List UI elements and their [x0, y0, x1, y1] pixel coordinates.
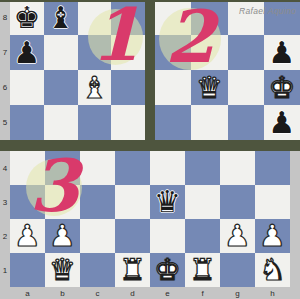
coord-label-e: e [150, 287, 185, 299]
square-e4 [150, 151, 185, 185]
square-e2 [150, 219, 185, 253]
square-e3: ♛ [150, 185, 185, 219]
square-e5 [155, 105, 191, 140]
marker-2-number: 2 [165, 1, 215, 73]
square-c5 [78, 105, 112, 140]
coord-label-d: d [115, 287, 150, 299]
square-a7: ♟ [10, 35, 44, 70]
white-rook-f1: ♜ [189, 255, 216, 285]
square-h1: ♞ [255, 253, 290, 287]
rank-labels-top: 8765 [0, 0, 10, 140]
square-b1: ♛ [45, 253, 80, 287]
square-c3 [80, 185, 115, 219]
square-f5 [191, 105, 227, 140]
square-g7 [228, 35, 264, 70]
square-g4 [220, 151, 255, 185]
square-h3 [255, 185, 290, 219]
square-f1: ♜ [185, 253, 220, 287]
marker-2-highlight: 2 [159, 8, 221, 70]
credit-text: Rafael Aquino [239, 6, 296, 16]
coord-label-6: 6 [3, 70, 7, 105]
square-g1 [220, 253, 255, 287]
marker-1-number: 1 [90, 0, 140, 71]
square-f3 [185, 185, 220, 219]
square-f4 [185, 151, 220, 185]
square-a1 [10, 253, 45, 287]
coord-label-8: 8 [3, 0, 7, 35]
black-pawn-h5: ♟ [268, 108, 295, 138]
coord-label-7: 7 [3, 35, 7, 70]
coord-label-f: f [185, 287, 220, 299]
rank-labels-bottom: 4321 [0, 151, 10, 287]
coord-label-g: g [220, 287, 255, 299]
top-edge-line [0, 0, 300, 2]
white-king-h6: ♚ [268, 73, 295, 103]
coord-label-2: 2 [3, 219, 7, 253]
square-e1: ♚ [150, 253, 185, 287]
marker-3-highlight: 3 [26, 159, 82, 216]
coord-label-a: a [10, 287, 45, 299]
square-g3 [220, 185, 255, 219]
coord-label-b: b [45, 287, 80, 299]
square-b5 [44, 105, 78, 140]
square-g6 [228, 70, 264, 105]
black-pawn-h7: ♟ [268, 38, 295, 68]
square-d5 [111, 105, 145, 140]
square-f2 [185, 219, 220, 253]
white-pawn-h2: ♟ [259, 221, 286, 251]
square-h5: ♟ [264, 105, 300, 140]
square-b8: ♝ [44, 0, 78, 35]
white-knight-h1: ♞ [259, 255, 286, 285]
square-h7: ♟ [264, 35, 300, 70]
square-g5 [228, 105, 264, 140]
marker-3-number: 3 [29, 150, 79, 222]
coord-label-h: h [255, 287, 290, 299]
square-c2 [80, 219, 115, 253]
black-pawn-a7: ♟ [13, 38, 40, 68]
top-section: 8765 ♚♝♟♝ ♟♛♚♟ [0, 0, 300, 140]
square-a8: ♚ [10, 0, 44, 35]
white-bishop-c6: ♝ [81, 73, 108, 103]
square-a6 [10, 70, 44, 105]
marker-1-highlight: 1 [88, 9, 143, 65]
right-margin [290, 151, 300, 287]
square-d2 [115, 219, 150, 253]
white-king-e1: ♚ [154, 255, 181, 285]
square-b6 [44, 70, 78, 105]
square-g2: ♟ [220, 219, 255, 253]
chess-puzzle-collage: 8765 ♚♝♟♝ ♟♛♚♟ 4321 ♛♟♟♟♟♛♜♚♜♞ abcdefgh … [0, 0, 300, 299]
square-h6: ♚ [264, 70, 300, 105]
white-pawn-g2: ♟ [224, 221, 251, 251]
square-h2: ♟ [255, 219, 290, 253]
square-a5 [10, 105, 44, 140]
white-rook-d1: ♜ [119, 255, 146, 285]
coord-label-1: 1 [3, 253, 7, 287]
square-d4 [115, 151, 150, 185]
coord-label-3: 3 [3, 185, 7, 219]
square-h4 [255, 151, 290, 185]
black-king-a8: ♚ [13, 3, 40, 33]
file-labels: abcdefgh [10, 287, 290, 299]
coord-label-5: 5 [3, 105, 7, 140]
square-c4 [80, 151, 115, 185]
white-queen-b1: ♛ [49, 255, 76, 285]
black-bishop-b8: ♝ [47, 3, 74, 33]
vertical-divider [145, 0, 155, 140]
square-d1: ♜ [115, 253, 150, 287]
square-d3 [115, 185, 150, 219]
black-queen-e3: ♛ [154, 187, 181, 217]
coord-label-c: c [80, 287, 115, 299]
coord-label-4: 4 [3, 151, 7, 185]
square-b7 [44, 35, 78, 70]
square-c1 [80, 253, 115, 287]
